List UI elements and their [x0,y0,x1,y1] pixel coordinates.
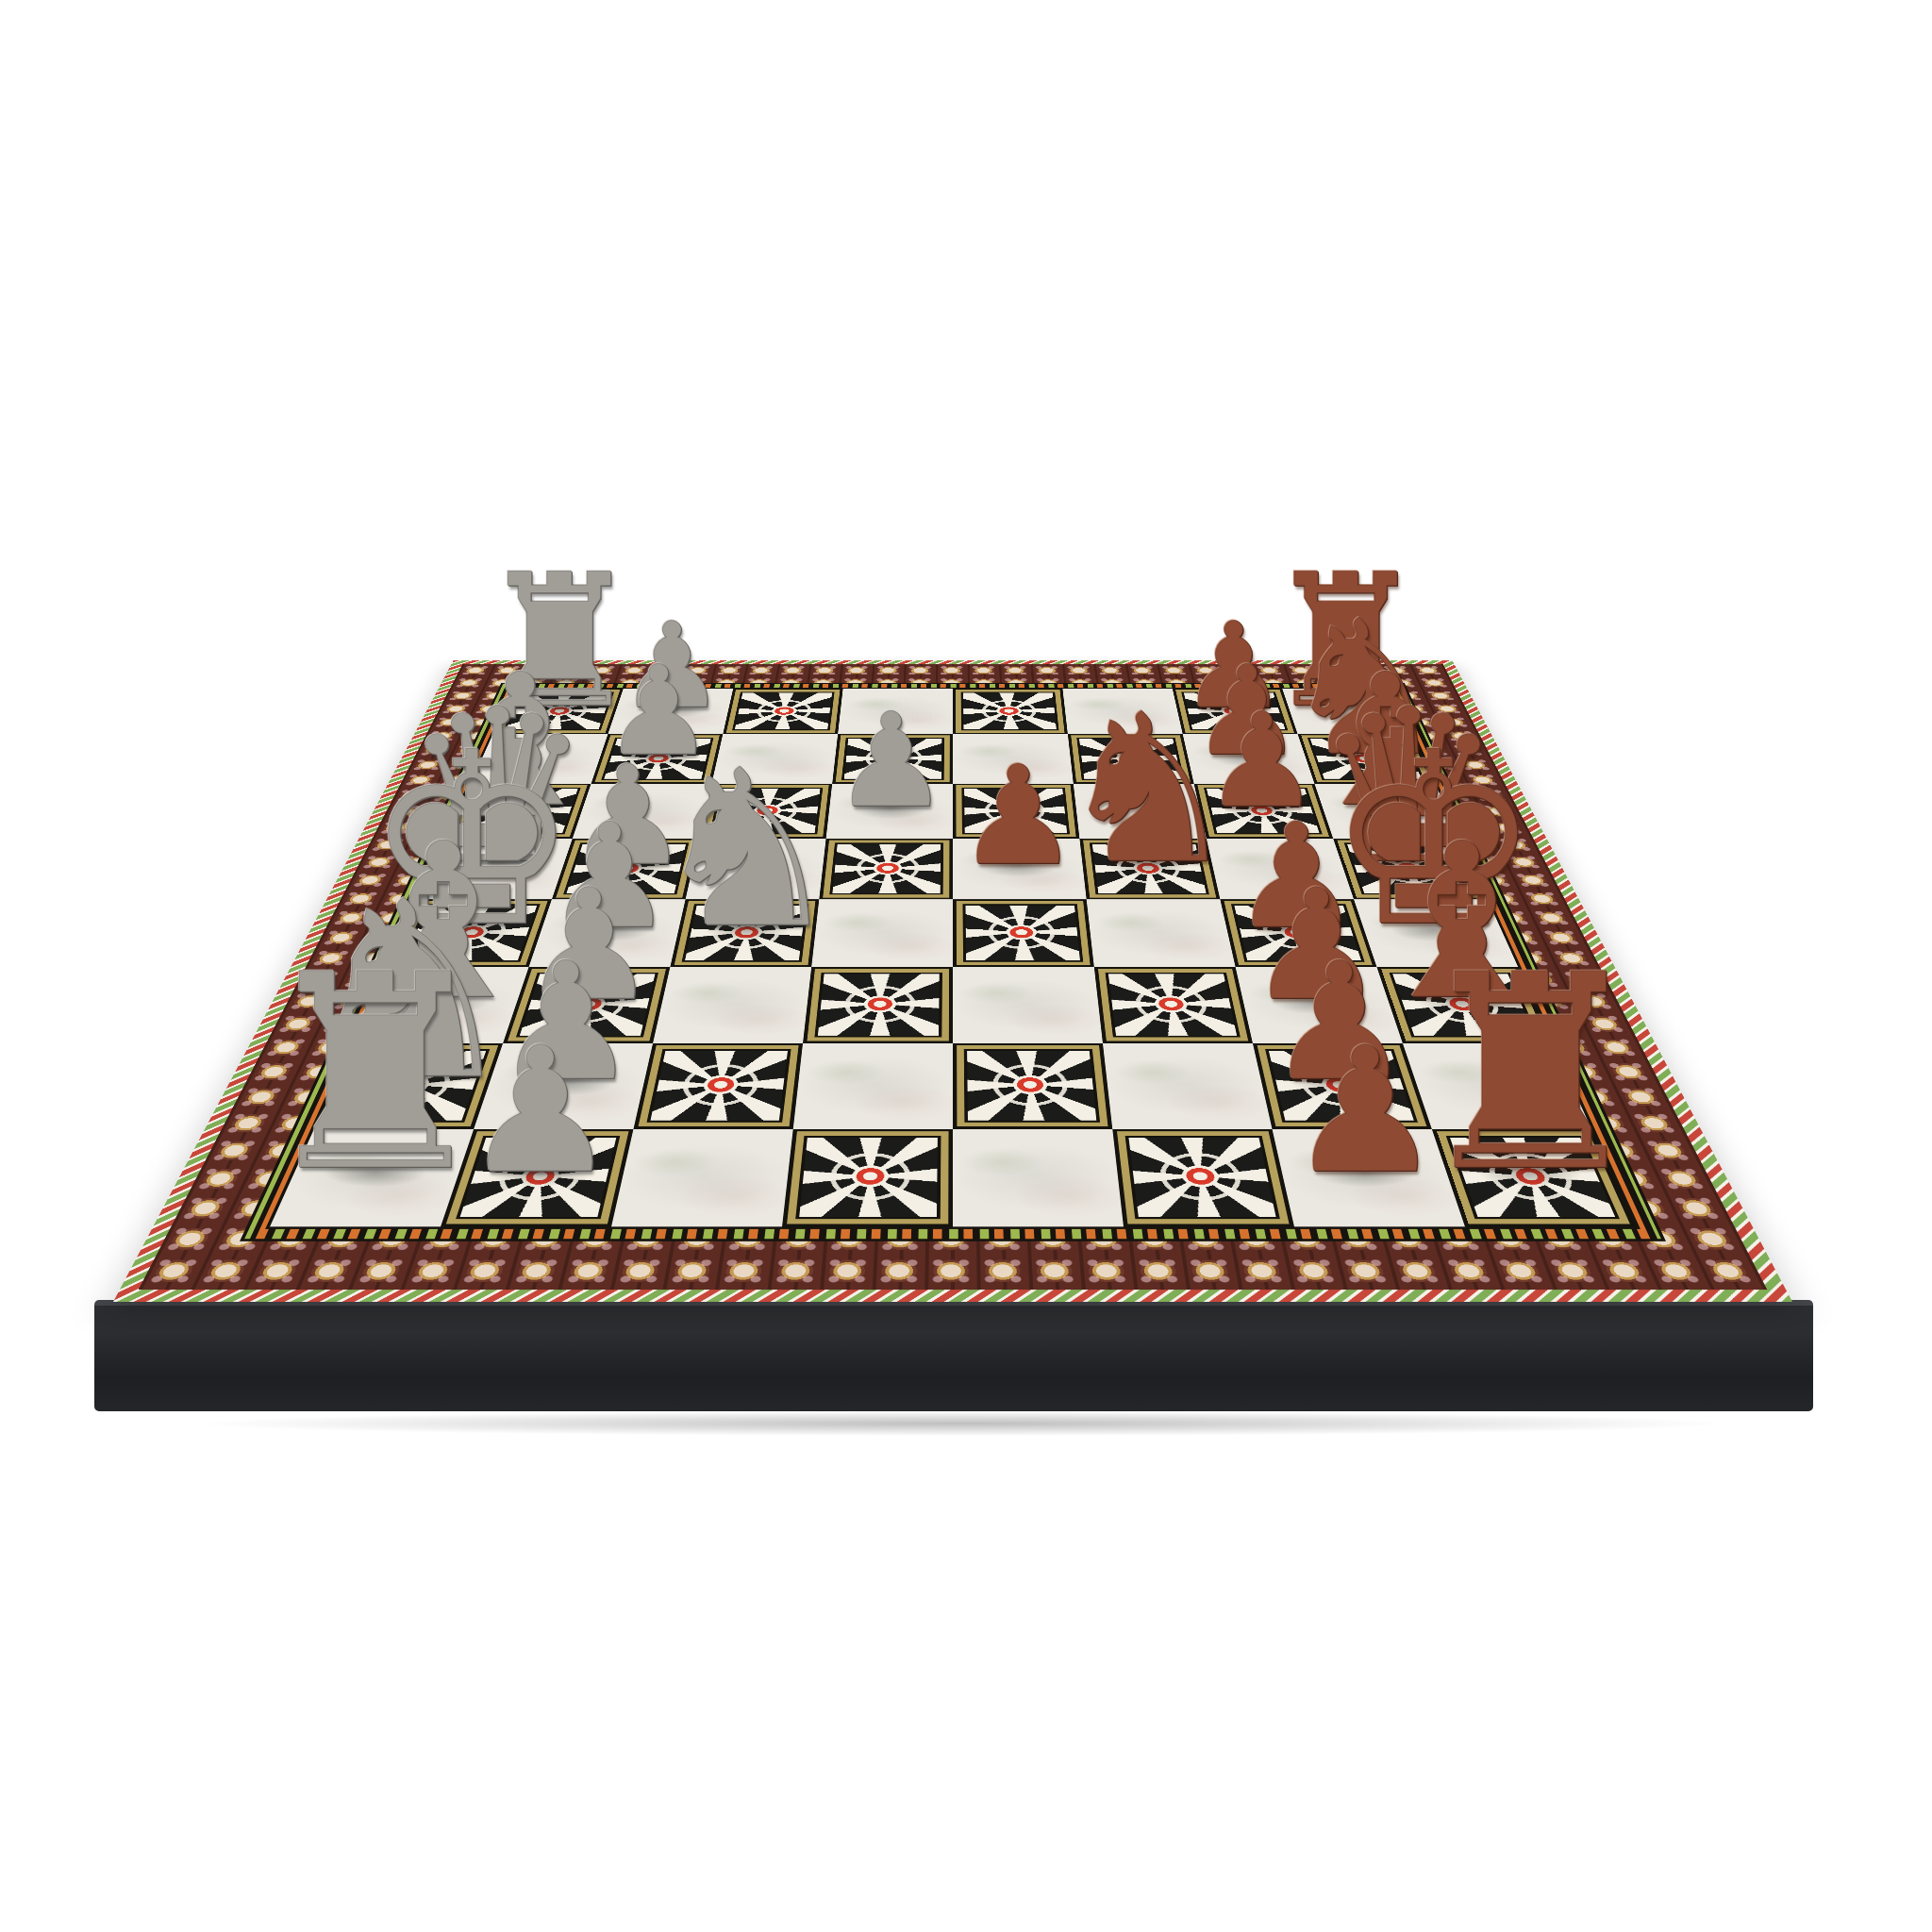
board-edge-stripe-border [113,660,1792,1302]
square-e1 [388,899,552,967]
square-c4 [826,784,953,839]
square-h6 [1112,1129,1294,1227]
square-a6 [1062,689,1182,734]
square-g1 [314,1043,503,1129]
square-g8 [1403,1043,1591,1129]
square-b5 [953,734,1074,784]
square-e7 [1220,899,1376,967]
square-b7 [1183,734,1315,784]
square-c1 [445,784,591,839]
square-d1 [418,839,573,899]
square-d2 [552,839,699,899]
board-base-slab [94,1300,1813,1411]
square-d7 [1207,839,1354,899]
square-g7 [1253,1043,1432,1129]
square-f5 [953,967,1103,1043]
square-h2 [441,1129,633,1227]
square-b6 [1068,734,1194,784]
square-c7 [1194,784,1334,839]
square-g2 [474,1043,653,1129]
chess-board [113,660,1792,1302]
square-a1 [493,689,624,734]
square-a8 [1282,689,1412,734]
square-h4 [782,1129,953,1227]
square-f3 [653,967,811,1043]
square-e3 [670,899,819,967]
square-c2 [573,784,712,839]
square-a7 [1173,689,1298,734]
square-g4 [793,1043,953,1129]
square-f6 [1094,967,1253,1043]
square-f2 [503,967,670,1043]
square-b1 [471,734,608,784]
square-f4 [803,967,953,1043]
square-e6 [1087,899,1236,967]
square-g5 [953,1043,1112,1129]
square-b8 [1298,734,1436,784]
square-d4 [819,839,953,899]
square-b3 [711,734,838,784]
square-b2 [591,734,724,784]
square-a4 [838,689,953,734]
square-f7 [1236,967,1403,1043]
square-h8 [1432,1129,1636,1227]
square-h5 [953,1129,1124,1227]
square-d5 [953,839,1087,899]
square-c5 [953,784,1079,839]
square-g6 [1103,1043,1273,1129]
square-f1 [353,967,528,1043]
square-e5 [953,899,1094,967]
board-grid [270,689,1636,1226]
square-h1 [270,1129,474,1227]
product-photo-chess-set: ♜♝♛♚♝♞♜♟♟♟♟♟♟♟♟♞♜♞♝♛♚♝♜♟♟♟♟♟♟♟♟♞ [0,0,1932,1932]
square-d8 [1333,839,1488,899]
square-c3 [699,784,832,839]
board-tick-border [240,683,1666,1241]
square-a3 [723,689,842,734]
square-e8 [1354,899,1518,967]
board-mosaic-border [139,664,1768,1290]
square-d6 [1079,839,1220,899]
square-h3 [611,1129,793,1227]
square-c6 [1074,784,1207,839]
square-f8 [1376,967,1552,1043]
square-c8 [1314,784,1459,839]
square-a5 [953,689,1068,734]
square-b4 [832,734,953,784]
square-g3 [633,1043,803,1129]
board-drop-shadow [208,1411,1717,1436]
square-e2 [529,899,686,967]
square-a2 [608,689,733,734]
square-e4 [811,899,953,967]
square-d3 [686,839,826,899]
